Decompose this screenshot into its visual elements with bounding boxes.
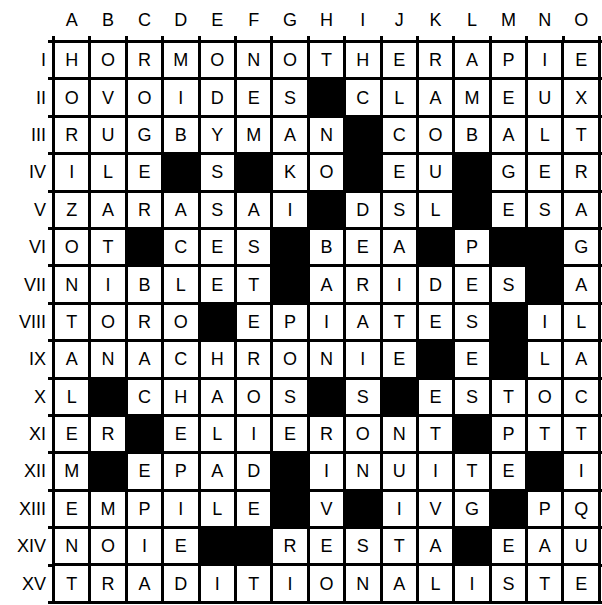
cell-g-ix[interactable]: O <box>273 342 306 376</box>
cell-d-ix[interactable]: C <box>164 342 197 376</box>
cell-e-ix[interactable]: H <box>201 342 234 376</box>
cell-c-xv[interactable]: A <box>128 566 161 600</box>
cell-m-ii[interactable]: E <box>492 80 525 114</box>
cell-a-x[interactable]: L <box>55 380 88 414</box>
cell-m-vi <box>492 230 525 264</box>
cell-j-v[interactable]: S <box>383 193 416 227</box>
row-label-x: X <box>0 380 47 414</box>
cell-o-iii[interactable]: T <box>564 118 597 152</box>
cell-j-viii[interactable]: T <box>383 305 416 339</box>
cell-k-vii[interactable]: D <box>419 267 452 301</box>
cell-g-xii <box>273 454 306 488</box>
cell-m-xv[interactable]: S <box>492 566 525 600</box>
cell-l-vi[interactable]: P <box>455 230 488 264</box>
row-label-xiv: XIV <box>0 529 47 563</box>
cell-n-xiv[interactable]: A <box>528 529 561 563</box>
column-header-l: L <box>455 8 488 32</box>
cell-i-vi[interactable]: E <box>346 230 379 264</box>
cell-n-ix[interactable]: L <box>528 342 561 376</box>
cell-e-viii <box>201 305 234 339</box>
cell-a-viii[interactable]: T <box>55 305 88 339</box>
cell-i-iii <box>346 118 379 152</box>
cell-a-v[interactable]: Z <box>55 193 88 227</box>
cell-f-xiv <box>237 529 270 563</box>
row-label-iv: IV <box>0 155 47 189</box>
cell-c-iii[interactable]: G <box>128 118 161 152</box>
cell-m-xiv[interactable]: E <box>492 529 525 563</box>
cell-o-ix[interactable]: A <box>564 342 597 376</box>
cell-f-ix[interactable]: R <box>237 342 270 376</box>
cell-f-vii[interactable]: T <box>237 267 270 301</box>
cell-i-xv[interactable]: N <box>346 566 379 600</box>
cell-d-xi[interactable]: E <box>164 417 197 451</box>
cell-d-v[interactable]: A <box>164 193 197 227</box>
cell-k-iii[interactable]: O <box>419 118 452 152</box>
cell-a-vi[interactable]: O <box>55 230 88 264</box>
cell-l-ix[interactable]: E <box>455 342 488 376</box>
cell-e-ii[interactable]: D <box>201 80 234 114</box>
cell-i-iv <box>346 155 379 189</box>
cell-l-ii[interactable]: M <box>455 80 488 114</box>
cell-m-v[interactable]: E <box>492 193 525 227</box>
cell-b-xv[interactable]: R <box>91 566 124 600</box>
cell-e-xiv <box>201 529 234 563</box>
row-label-ii: II <box>0 80 47 114</box>
cell-a-xiii[interactable]: E <box>55 492 88 526</box>
cell-l-xiii[interactable]: G <box>455 492 488 526</box>
cell-k-v[interactable]: L <box>419 193 452 227</box>
cell-i-xii[interactable]: N <box>346 454 379 488</box>
cell-j-vi[interactable]: A <box>383 230 416 264</box>
cell-h-xiii[interactable]: V <box>310 492 343 526</box>
cell-a-iv[interactable]: I <box>55 155 88 189</box>
cell-l-iv <box>455 155 488 189</box>
crossword-puzzle: ABCDEFGHIJKLMNO IIIIIIIVVVIVIIVIIIIXXXIX… <box>0 0 602 605</box>
cell-h-xv[interactable]: O <box>310 566 343 600</box>
cell-o-xiii[interactable]: Q <box>564 492 597 526</box>
cell-f-i[interactable]: N <box>237 43 270 77</box>
cell-d-ii[interactable]: I <box>164 80 197 114</box>
cell-n-v[interactable]: S <box>528 193 561 227</box>
cell-d-xv[interactable]: D <box>164 566 197 600</box>
cell-l-xiv <box>455 529 488 563</box>
cell-m-iv[interactable]: G <box>492 155 525 189</box>
cell-l-xv[interactable]: I <box>455 566 488 600</box>
cell-j-ii[interactable]: L <box>383 80 416 114</box>
cell-k-xiii[interactable]: V <box>419 492 452 526</box>
column-headers: ABCDEFGHIJKLMNO <box>55 8 598 32</box>
cell-e-iv[interactable]: S <box>201 155 234 189</box>
cell-j-i[interactable]: E <box>383 43 416 77</box>
cell-a-ii[interactable]: O <box>55 80 88 114</box>
cell-g-iii[interactable]: A <box>273 118 306 152</box>
cell-b-i[interactable]: O <box>91 43 124 77</box>
cell-n-xiii[interactable]: P <box>528 492 561 526</box>
row-label-xii: XII <box>0 454 47 488</box>
row-label-xiii: XIII <box>0 492 47 526</box>
cell-d-xiii[interactable]: I <box>164 492 197 526</box>
column-header-k: K <box>419 8 452 32</box>
cell-l-iii[interactable]: B <box>455 118 488 152</box>
cell-k-ii[interactable]: A <box>419 80 452 114</box>
cell-n-viii[interactable]: I <box>528 305 561 339</box>
cell-l-viii[interactable]: S <box>455 305 488 339</box>
cell-i-xi[interactable]: O <box>346 417 379 451</box>
cell-j-ix[interactable]: E <box>383 342 416 376</box>
cell-h-vii[interactable]: A <box>310 267 343 301</box>
cell-i-i[interactable]: H <box>346 43 379 77</box>
cell-c-v[interactable]: R <box>128 193 161 227</box>
cell-k-xi[interactable]: T <box>419 417 452 451</box>
cell-k-xiv[interactable]: A <box>419 529 452 563</box>
cell-l-v <box>455 193 488 227</box>
cell-l-x[interactable]: S <box>455 380 488 414</box>
cell-b-v[interactable]: A <box>91 193 124 227</box>
cell-g-viii[interactable]: P <box>273 305 306 339</box>
cell-o-vi[interactable]: G <box>564 230 597 264</box>
cell-a-iii[interactable]: R <box>55 118 88 152</box>
cell-g-i[interactable]: O <box>273 43 306 77</box>
cell-f-xv[interactable]: T <box>237 566 270 600</box>
cell-g-x[interactable]: S <box>273 380 306 414</box>
row-label-viii: VIII <box>0 305 47 339</box>
cell-c-xii[interactable]: E <box>128 454 161 488</box>
column-header-h: H <box>310 8 343 32</box>
cell-o-iv[interactable]: R <box>564 155 597 189</box>
cell-j-xii[interactable]: U <box>383 454 416 488</box>
cell-o-xii[interactable]: I <box>564 454 597 488</box>
column-header-g: G <box>273 8 306 32</box>
cell-n-ii[interactable]: U <box>528 80 561 114</box>
column-header-e: E <box>201 8 234 32</box>
cell-b-xii <box>91 454 124 488</box>
row-label-iii: III <box>0 118 47 152</box>
cell-o-xv[interactable]: E <box>564 566 597 600</box>
cell-j-xv[interactable]: A <box>383 566 416 600</box>
cell-a-vii[interactable]: N <box>55 267 88 301</box>
cell-l-vii[interactable]: E <box>455 267 488 301</box>
cell-g-vi <box>273 230 306 264</box>
cell-i-xiii <box>346 492 379 526</box>
cell-h-iv[interactable]: O <box>310 155 343 189</box>
cell-a-ix[interactable]: A <box>55 342 88 376</box>
cell-l-xii[interactable]: T <box>455 454 488 488</box>
cell-j-xi[interactable]: N <box>383 417 416 451</box>
cell-h-vi[interactable]: B <box>310 230 343 264</box>
column-header-b: B <box>91 8 124 32</box>
cell-a-xiv[interactable]: N <box>55 529 88 563</box>
cell-i-x[interactable]: S <box>346 380 379 414</box>
cell-b-viii[interactable]: O <box>91 305 124 339</box>
cell-d-iii[interactable]: B <box>164 118 197 152</box>
column-header-c: C <box>128 8 161 32</box>
cell-h-xii[interactable]: I <box>310 454 343 488</box>
cell-e-vi[interactable]: E <box>201 230 234 264</box>
cell-c-ix[interactable]: A <box>128 342 161 376</box>
cell-e-v[interactable]: S <box>201 193 234 227</box>
cell-c-xiv[interactable]: I <box>128 529 161 563</box>
cell-c-x[interactable]: C <box>128 380 161 414</box>
cell-d-vii[interactable]: L <box>164 267 197 301</box>
column-header-f: F <box>237 8 270 32</box>
cell-i-ix[interactable]: I <box>346 342 379 376</box>
cell-n-xv[interactable]: T <box>528 566 561 600</box>
cell-j-iv[interactable]: E <box>383 155 416 189</box>
cell-f-v[interactable]: A <box>237 193 270 227</box>
cell-n-xi[interactable]: T <box>528 417 561 451</box>
cell-j-iii[interactable]: C <box>383 118 416 152</box>
cell-m-i[interactable]: P <box>492 43 525 77</box>
cell-b-ix[interactable]: N <box>91 342 124 376</box>
cell-b-xiv[interactable]: O <box>91 529 124 563</box>
cell-d-xii[interactable]: P <box>164 454 197 488</box>
cell-f-xii[interactable]: D <box>237 454 270 488</box>
cell-e-xiii[interactable]: L <box>201 492 234 526</box>
cell-o-v[interactable]: A <box>564 193 597 227</box>
cell-f-x[interactable]: O <box>237 380 270 414</box>
cell-e-i[interactable]: O <box>201 43 234 77</box>
cell-d-xiv[interactable]: E <box>164 529 197 563</box>
cell-g-ii[interactable]: S <box>273 80 306 114</box>
column-header-j: J <box>383 8 416 32</box>
cell-n-vii <box>528 267 561 301</box>
cell-f-vi[interactable]: S <box>237 230 270 264</box>
row-label-xi: XI <box>0 417 47 451</box>
cell-m-vii[interactable]: S <box>492 267 525 301</box>
cell-e-vii[interactable]: E <box>201 267 234 301</box>
cell-j-x <box>383 380 416 414</box>
cell-k-iv[interactable]: U <box>419 155 452 189</box>
cell-k-x[interactable]: E <box>419 380 452 414</box>
cell-j-xiii[interactable]: I <box>383 492 416 526</box>
cell-o-xiv[interactable]: U <box>564 529 597 563</box>
row-labels: IIIIIIIVVVIVIIVIIIIXXXIXIIXIIIXIVXV <box>0 43 47 601</box>
cell-c-xi <box>128 417 161 451</box>
cell-i-ii[interactable]: C <box>346 80 379 114</box>
cell-e-iii[interactable]: Y <box>201 118 234 152</box>
cell-h-v <box>310 193 343 227</box>
cell-k-i[interactable]: R <box>419 43 452 77</box>
cell-k-xii[interactable]: I <box>419 454 452 488</box>
cell-m-ix <box>492 342 525 376</box>
cell-o-xi[interactable]: T <box>564 417 597 451</box>
cell-g-xiv[interactable]: R <box>273 529 306 563</box>
cell-f-xi[interactable]: I <box>237 417 270 451</box>
cell-m-xii[interactable]: E <box>492 454 525 488</box>
cell-f-iv <box>237 155 270 189</box>
cell-d-iv <box>164 155 197 189</box>
cell-g-xv[interactable]: I <box>273 566 306 600</box>
cell-o-i[interactable]: E <box>564 43 597 77</box>
cell-b-vii[interactable]: I <box>91 267 124 301</box>
cell-b-xi[interactable]: R <box>91 417 124 451</box>
cell-b-vi[interactable]: T <box>91 230 124 264</box>
cell-f-iii[interactable]: M <box>237 118 270 152</box>
row-label-i: I <box>0 43 47 77</box>
cell-h-viii[interactable]: I <box>310 305 343 339</box>
row-label-ix: IX <box>0 342 47 376</box>
column-header-i: I <box>346 8 379 32</box>
cell-f-xiii[interactable]: E <box>237 492 270 526</box>
cell-k-vi <box>419 230 452 264</box>
cell-m-x[interactable]: T <box>492 380 525 414</box>
cell-d-i[interactable]: M <box>164 43 197 77</box>
cell-b-x <box>91 380 124 414</box>
cell-d-viii[interactable]: O <box>164 305 197 339</box>
cell-k-viii[interactable]: E <box>419 305 452 339</box>
cell-o-x[interactable]: C <box>564 380 597 414</box>
cell-n-i[interactable]: I <box>528 43 561 77</box>
column-header-d: D <box>164 8 197 32</box>
cell-j-vii[interactable]: I <box>383 267 416 301</box>
cell-b-iv[interactable]: L <box>91 155 124 189</box>
cell-l-i[interactable]: A <box>455 43 488 77</box>
cell-f-viii[interactable]: E <box>237 305 270 339</box>
cell-b-xiii[interactable]: M <box>91 492 124 526</box>
cell-h-ii <box>310 80 343 114</box>
cell-n-iii[interactable]: L <box>528 118 561 152</box>
cell-i-viii[interactable]: A <box>346 305 379 339</box>
column-header-a: A <box>55 8 88 32</box>
cell-h-ix[interactable]: N <box>310 342 343 376</box>
cell-h-x <box>310 380 343 414</box>
cell-c-iv[interactable]: E <box>128 155 161 189</box>
crossword-board: HORMONOTHERAPIEOVOIDESCLAMEUXRUGBYMANCOB… <box>52 40 601 604</box>
cell-n-x[interactable]: O <box>528 380 561 414</box>
cell-i-vii[interactable]: R <box>346 267 379 301</box>
cell-o-viii[interactable]: L <box>564 305 597 339</box>
row-label-v: V <box>0 193 47 227</box>
cell-g-xi[interactable]: E <box>273 417 306 451</box>
cell-h-i[interactable]: T <box>310 43 343 77</box>
cell-c-viii[interactable]: R <box>128 305 161 339</box>
cell-e-xii[interactable]: A <box>201 454 234 488</box>
cell-c-vi <box>128 230 161 264</box>
cell-a-xi[interactable]: E <box>55 417 88 451</box>
cell-c-xiii[interactable]: P <box>128 492 161 526</box>
cell-e-xv[interactable]: I <box>201 566 234 600</box>
cell-m-xi[interactable]: P <box>492 417 525 451</box>
cell-g-v[interactable]: I <box>273 193 306 227</box>
cell-n-iv[interactable]: E <box>528 155 561 189</box>
cell-i-xiv[interactable]: S <box>346 529 379 563</box>
cell-f-ii[interactable]: E <box>237 80 270 114</box>
cell-e-xi[interactable]: L <box>201 417 234 451</box>
cell-d-vi[interactable]: C <box>164 230 197 264</box>
cell-g-vii <box>273 267 306 301</box>
cell-o-ii[interactable]: X <box>564 80 597 114</box>
cell-g-xiii <box>273 492 306 526</box>
cell-c-ii[interactable]: O <box>128 80 161 114</box>
cell-h-iii[interactable]: N <box>310 118 343 152</box>
cell-m-xiii <box>492 492 525 526</box>
cell-e-x[interactable]: A <box>201 380 234 414</box>
cell-c-vii[interactable]: B <box>128 267 161 301</box>
cell-n-xii <box>528 454 561 488</box>
cell-h-xiv[interactable]: E <box>310 529 343 563</box>
row-label-vi: VI <box>0 230 47 264</box>
cell-d-x[interactable]: H <box>164 380 197 414</box>
cell-m-viii <box>492 305 525 339</box>
column-header-n: N <box>528 8 561 32</box>
cell-o-vii[interactable]: A <box>564 267 597 301</box>
cell-c-i[interactable]: R <box>128 43 161 77</box>
cell-n-vi <box>528 230 561 264</box>
cell-i-v[interactable]: D <box>346 193 379 227</box>
row-label-vii: VII <box>0 267 47 301</box>
cell-a-xv[interactable]: T <box>55 566 88 600</box>
cell-k-xv[interactable]: L <box>419 566 452 600</box>
cell-j-xiv[interactable]: T <box>383 529 416 563</box>
cell-k-ix <box>419 342 452 376</box>
cell-b-ii[interactable]: V <box>91 80 124 114</box>
cell-m-iii[interactable]: A <box>492 118 525 152</box>
column-header-m: M <box>492 8 525 32</box>
cell-b-iii[interactable]: U <box>91 118 124 152</box>
cell-a-xii[interactable]: M <box>55 454 88 488</box>
cell-g-iv[interactable]: K <box>273 155 306 189</box>
cell-a-i[interactable]: H <box>55 43 88 77</box>
row-label-xv: XV <box>0 566 47 600</box>
column-header-o: O <box>564 8 597 32</box>
cell-l-xi <box>455 417 488 451</box>
cell-h-xi[interactable]: R <box>310 417 343 451</box>
